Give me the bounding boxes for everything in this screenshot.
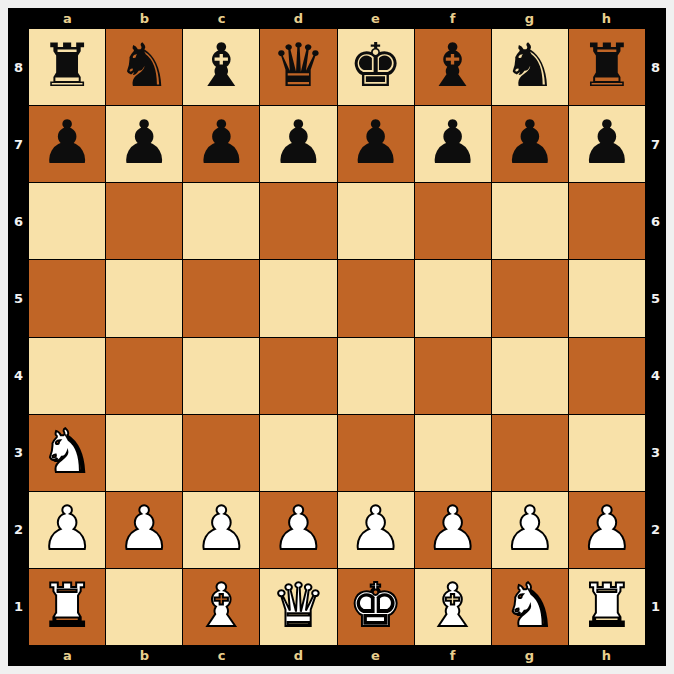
square-c7[interactable]: ♟ bbox=[183, 106, 259, 182]
piece-black-queen[interactable]: ♛ bbox=[272, 35, 326, 95]
rank-label-5: 5 bbox=[8, 260, 29, 337]
file-label-e: e bbox=[337, 645, 414, 666]
file-label-b: b bbox=[106, 645, 183, 666]
square-c2[interactable]: ♟ bbox=[183, 492, 259, 568]
piece-white-pawn[interactable]: ♟ bbox=[580, 498, 634, 558]
piece-white-pawn[interactable]: ♟ bbox=[503, 498, 557, 558]
file-labels-bottom: abcdefgh bbox=[29, 645, 645, 666]
square-f7[interactable]: ♟ bbox=[415, 106, 491, 182]
square-f3[interactable] bbox=[415, 415, 491, 491]
file-label-d: d bbox=[260, 8, 337, 29]
file-label-g: g bbox=[491, 645, 568, 666]
rank-label-2: 2 bbox=[8, 491, 29, 568]
piece-white-queen[interactable]: ♛ bbox=[272, 575, 326, 635]
piece-black-pawn[interactable]: ♟ bbox=[117, 112, 171, 172]
square-d8[interactable]: ♛ bbox=[260, 29, 336, 105]
rank-labels-right: 87654321 bbox=[645, 29, 666, 645]
rank-label-7: 7 bbox=[8, 106, 29, 183]
piece-white-pawn[interactable]: ♟ bbox=[117, 498, 171, 558]
square-f1[interactable]: ♝ bbox=[415, 569, 491, 645]
square-e4[interactable] bbox=[338, 338, 414, 414]
piece-white-pawn[interactable]: ♟ bbox=[272, 498, 326, 558]
square-c8[interactable]: ♝ bbox=[183, 29, 259, 105]
square-d2[interactable]: ♟ bbox=[260, 492, 336, 568]
rank-label-1: 1 bbox=[8, 568, 29, 645]
square-f4[interactable] bbox=[415, 338, 491, 414]
file-label-c: c bbox=[183, 645, 260, 666]
square-a1[interactable]: ♜ bbox=[29, 569, 105, 645]
square-h3[interactable] bbox=[569, 415, 645, 491]
piece-black-pawn[interactable]: ♟ bbox=[194, 112, 248, 172]
page: abcdefgh 87654321 87654321 abcdefgh ♜♞♝♛… bbox=[0, 0, 674, 674]
square-a3[interactable]: ♞ bbox=[29, 415, 105, 491]
square-g2[interactable]: ♟ bbox=[492, 492, 568, 568]
rank-label-4: 4 bbox=[645, 337, 666, 414]
piece-black-bishop[interactable]: ♝ bbox=[426, 35, 480, 95]
square-d6[interactable] bbox=[260, 183, 336, 259]
square-c4[interactable] bbox=[183, 338, 259, 414]
chess-board: ♜♞♝♛♚♝♞♜♟♟♟♟♟♟♟♟♞♟♟♟♟♟♟♟♟♜♝♛♚♝♞♜ bbox=[29, 29, 645, 645]
piece-black-pawn[interactable]: ♟ bbox=[580, 112, 634, 172]
piece-black-rook[interactable]: ♜ bbox=[40, 35, 94, 95]
square-e8[interactable]: ♚ bbox=[338, 29, 414, 105]
square-b7[interactable]: ♟ bbox=[106, 106, 182, 182]
square-a2[interactable]: ♟ bbox=[29, 492, 105, 568]
square-d4[interactable] bbox=[260, 338, 336, 414]
piece-black-knight[interactable]: ♞ bbox=[117, 35, 171, 95]
square-e6[interactable] bbox=[338, 183, 414, 259]
rank-label-3: 3 bbox=[8, 414, 29, 491]
file-labels-top: abcdefgh bbox=[29, 8, 645, 29]
rank-label-6: 6 bbox=[8, 183, 29, 260]
square-d5[interactable] bbox=[260, 260, 336, 336]
piece-white-knight[interactable]: ♞ bbox=[503, 575, 557, 635]
square-c5[interactable] bbox=[183, 260, 259, 336]
square-a5[interactable] bbox=[29, 260, 105, 336]
rank-label-2: 2 bbox=[645, 491, 666, 568]
piece-black-pawn[interactable]: ♟ bbox=[349, 112, 403, 172]
file-label-h: h bbox=[568, 8, 645, 29]
square-b3[interactable] bbox=[106, 415, 182, 491]
file-label-e: e bbox=[337, 8, 414, 29]
file-label-d: d bbox=[260, 645, 337, 666]
square-a8[interactable]: ♜ bbox=[29, 29, 105, 105]
piece-black-knight[interactable]: ♞ bbox=[503, 35, 557, 95]
square-a6[interactable] bbox=[29, 183, 105, 259]
piece-white-knight[interactable]: ♞ bbox=[40, 421, 94, 481]
file-label-g: g bbox=[491, 8, 568, 29]
square-b4[interactable] bbox=[106, 338, 182, 414]
square-g3[interactable] bbox=[492, 415, 568, 491]
square-e1[interactable]: ♚ bbox=[338, 569, 414, 645]
square-g5[interactable] bbox=[492, 260, 568, 336]
square-b2[interactable]: ♟ bbox=[106, 492, 182, 568]
square-c3[interactable] bbox=[183, 415, 259, 491]
square-e7[interactable]: ♟ bbox=[338, 106, 414, 182]
piece-black-pawn[interactable]: ♟ bbox=[272, 112, 326, 172]
square-h8[interactable]: ♜ bbox=[569, 29, 645, 105]
rank-label-5: 5 bbox=[645, 260, 666, 337]
piece-white-king[interactable]: ♚ bbox=[349, 575, 403, 635]
piece-black-pawn[interactable]: ♟ bbox=[503, 112, 557, 172]
piece-white-bishop[interactable]: ♝ bbox=[426, 575, 480, 635]
square-b1[interactable] bbox=[106, 569, 182, 645]
rank-label-8: 8 bbox=[8, 29, 29, 106]
square-d7[interactable]: ♟ bbox=[260, 106, 336, 182]
square-e2[interactable]: ♟ bbox=[338, 492, 414, 568]
piece-white-bishop[interactable]: ♝ bbox=[194, 575, 248, 635]
square-b6[interactable] bbox=[106, 183, 182, 259]
square-h5[interactable] bbox=[569, 260, 645, 336]
rank-label-6: 6 bbox=[645, 183, 666, 260]
square-c6[interactable] bbox=[183, 183, 259, 259]
square-g4[interactable] bbox=[492, 338, 568, 414]
file-label-h: h bbox=[568, 645, 645, 666]
square-h4[interactable] bbox=[569, 338, 645, 414]
square-f8[interactable]: ♝ bbox=[415, 29, 491, 105]
piece-white-rook[interactable]: ♜ bbox=[40, 575, 94, 635]
rank-label-7: 7 bbox=[645, 106, 666, 183]
square-g8[interactable]: ♞ bbox=[492, 29, 568, 105]
piece-white-pawn[interactable]: ♟ bbox=[349, 498, 403, 558]
square-e3[interactable] bbox=[338, 415, 414, 491]
square-d1[interactable]: ♛ bbox=[260, 569, 336, 645]
square-h7[interactable]: ♟ bbox=[569, 106, 645, 182]
rank-label-8: 8 bbox=[645, 29, 666, 106]
rank-labels-left: 87654321 bbox=[8, 29, 29, 645]
square-b8[interactable]: ♞ bbox=[106, 29, 182, 105]
piece-black-pawn[interactable]: ♟ bbox=[40, 112, 94, 172]
piece-black-bishop[interactable]: ♝ bbox=[194, 35, 248, 95]
square-g7[interactable]: ♟ bbox=[492, 106, 568, 182]
rank-label-4: 4 bbox=[8, 337, 29, 414]
square-f5[interactable] bbox=[415, 260, 491, 336]
square-f6[interactable] bbox=[415, 183, 491, 259]
square-g6[interactable] bbox=[492, 183, 568, 259]
square-g1[interactable]: ♞ bbox=[492, 569, 568, 645]
square-h6[interactable] bbox=[569, 183, 645, 259]
square-a7[interactable]: ♟ bbox=[29, 106, 105, 182]
square-e5[interactable] bbox=[338, 260, 414, 336]
square-b5[interactable] bbox=[106, 260, 182, 336]
rank-label-1: 1 bbox=[645, 568, 666, 645]
file-label-f: f bbox=[414, 645, 491, 666]
square-c1[interactable]: ♝ bbox=[183, 569, 259, 645]
file-label-a: a bbox=[29, 645, 106, 666]
piece-white-pawn[interactable]: ♟ bbox=[40, 498, 94, 558]
square-a4[interactable] bbox=[29, 338, 105, 414]
piece-black-king[interactable]: ♚ bbox=[349, 35, 403, 95]
piece-black-pawn[interactable]: ♟ bbox=[426, 112, 480, 172]
file-label-f: f bbox=[414, 8, 491, 29]
piece-white-pawn[interactable]: ♟ bbox=[426, 498, 480, 558]
file-label-c: c bbox=[183, 8, 260, 29]
square-h1[interactable]: ♜ bbox=[569, 569, 645, 645]
square-d3[interactable] bbox=[260, 415, 336, 491]
board-frame: abcdefgh 87654321 87654321 abcdefgh ♜♞♝♛… bbox=[8, 8, 666, 666]
rank-label-3: 3 bbox=[645, 414, 666, 491]
piece-black-rook[interactable]: ♜ bbox=[580, 35, 634, 95]
square-f2[interactable]: ♟ bbox=[415, 492, 491, 568]
file-label-a: a bbox=[29, 8, 106, 29]
piece-white-pawn[interactable]: ♟ bbox=[194, 498, 248, 558]
square-h2[interactable]: ♟ bbox=[569, 492, 645, 568]
piece-white-rook[interactable]: ♜ bbox=[580, 575, 634, 635]
file-label-b: b bbox=[106, 8, 183, 29]
